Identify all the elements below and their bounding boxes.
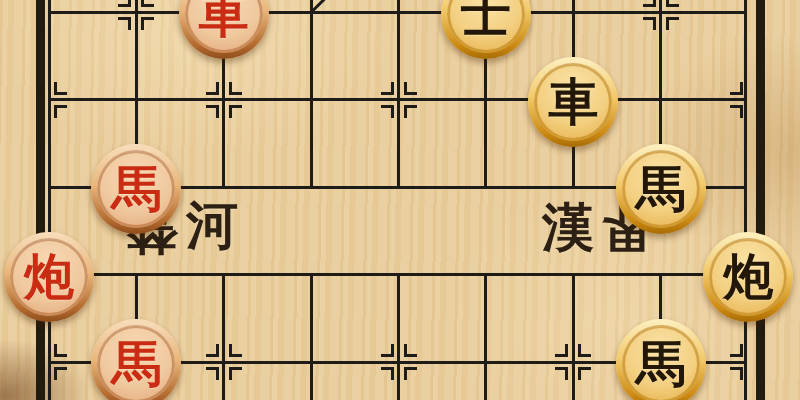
point-marker: [404, 344, 417, 357]
piece-glyph: 馬: [636, 339, 686, 389]
piece-red-horse[interactable]: 馬: [91, 144, 181, 234]
point-marker: [206, 367, 219, 380]
point-marker: [206, 82, 219, 95]
piece-black-chariot[interactable]: 車: [528, 57, 618, 147]
point-marker: [141, 0, 154, 7]
piece-glyph: 車: [548, 77, 598, 127]
piece-face: 士: [447, 0, 525, 53]
river-text-he: 河: [186, 200, 238, 252]
point-marker: [54, 105, 67, 118]
point-marker: [54, 82, 67, 95]
piece-black-horse[interactable]: 馬: [616, 319, 706, 400]
point-marker: [229, 344, 242, 357]
river-text-han: 漢: [542, 202, 594, 254]
point-marker: [578, 367, 591, 380]
point-marker: [404, 105, 417, 118]
point-marker: [666, 17, 679, 30]
point-marker: [578, 344, 591, 357]
piece-face: 炮: [709, 238, 787, 316]
point-marker: [229, 82, 242, 95]
piece-face: 車: [185, 0, 263, 53]
xiangqi-board-screenshot: 楚 河 漢 界 車士車馬馬炮炮馬馬: [0, 0, 800, 400]
point-marker: [730, 344, 743, 357]
piece-glyph: 馬: [636, 164, 686, 214]
piece-glyph: 馬: [111, 164, 161, 214]
point-marker: [381, 344, 394, 357]
board-cell: [397, 186, 484, 274]
point-marker: [54, 367, 67, 380]
point-marker: [141, 17, 154, 30]
point-marker: [381, 367, 394, 380]
piece-face: 馬: [97, 325, 175, 400]
piece-black-horse[interactable]: 馬: [616, 144, 706, 234]
piece-glyph: 馬: [111, 339, 161, 389]
piece-glyph: 車: [199, 0, 249, 39]
piece-glyph: 炮: [24, 252, 74, 302]
point-marker: [643, 0, 656, 7]
point-marker: [555, 367, 568, 380]
piece-face: 馬: [622, 325, 700, 400]
point-marker: [206, 105, 219, 118]
point-marker: [54, 344, 67, 357]
point-marker: [206, 344, 219, 357]
piece-face: 馬: [622, 150, 700, 228]
board-cell: [310, 186, 397, 274]
point-marker: [643, 17, 656, 30]
point-marker: [555, 344, 568, 357]
piece-glyph: 士: [461, 0, 511, 39]
point-marker: [229, 105, 242, 118]
piece-face: 炮: [10, 238, 88, 316]
point-marker: [229, 367, 242, 380]
point-marker: [381, 105, 394, 118]
piece-glyph: 炮: [723, 252, 773, 302]
piece-face: 馬: [97, 150, 175, 228]
point-marker: [730, 105, 743, 118]
point-marker: [404, 367, 417, 380]
point-marker: [118, 17, 131, 30]
piece-face: 車: [534, 63, 612, 141]
point-marker: [730, 82, 743, 95]
point-marker: [404, 82, 417, 95]
point-marker: [381, 82, 394, 95]
point-marker: [666, 0, 679, 7]
piece-red-cannon[interactable]: 炮: [4, 232, 94, 322]
point-marker: [730, 367, 743, 380]
piece-black-cannon[interactable]: 炮: [703, 232, 793, 322]
point-marker: [118, 0, 131, 7]
